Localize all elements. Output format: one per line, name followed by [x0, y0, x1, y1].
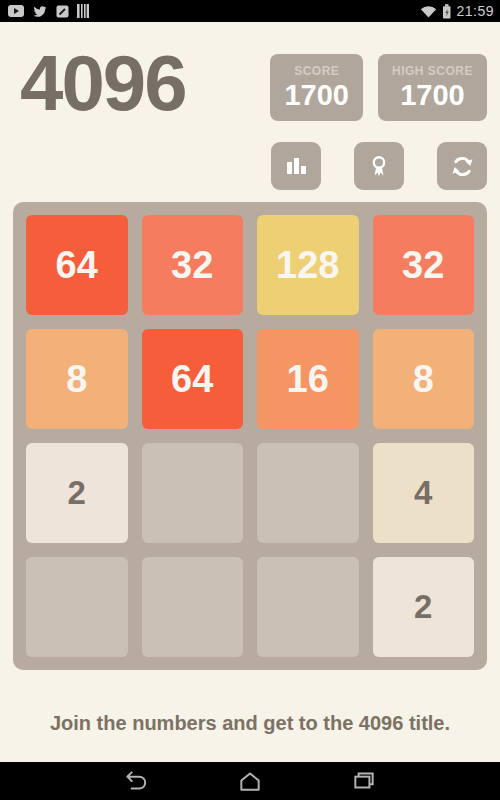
home-icon	[237, 771, 263, 791]
tagline: Join the numbers and get to the 4096 tit…	[0, 712, 500, 735]
battery-charging-icon	[441, 3, 452, 19]
achievements-button[interactable]	[354, 142, 404, 190]
tile-16: 16	[257, 329, 359, 429]
nav-bar	[0, 762, 500, 800]
tile-2: 2	[26, 443, 128, 543]
notification-icons	[6, 4, 89, 18]
page-title: 4096	[20, 48, 186, 118]
header: 4096 SCORE 1700 HIGH SCORE 1700	[0, 22, 500, 121]
tile-64: 64	[142, 329, 244, 429]
score-box: SCORE 1700	[270, 54, 363, 121]
youtube-icon	[8, 5, 24, 17]
empty-cell	[142, 557, 244, 657]
compose-icon	[56, 5, 69, 18]
high-score-box: HIGH SCORE 1700	[378, 54, 487, 121]
tile-128: 128	[257, 215, 359, 315]
clock: 21:59	[456, 3, 494, 19]
high-score-value: 1700	[392, 79, 473, 112]
home-button[interactable]	[237, 771, 263, 791]
tile-2: 2	[373, 557, 475, 657]
wifi-icon	[420, 5, 437, 18]
tile-64: 64	[26, 215, 128, 315]
ribbon-award-icon	[367, 154, 391, 178]
tile-32: 32	[142, 215, 244, 315]
twitter-icon	[32, 5, 48, 18]
back-icon	[123, 771, 149, 791]
board[interactable]: 643212832864168242	[13, 202, 487, 670]
empty-cell	[26, 557, 128, 657]
back-button[interactable]	[123, 771, 149, 791]
restart-button[interactable]	[437, 142, 487, 190]
empty-cell	[142, 443, 244, 543]
score-label: SCORE	[284, 64, 349, 78]
empty-cell	[257, 557, 359, 657]
status-bar: 21:59	[0, 0, 500, 22]
score-value: 1700	[284, 79, 349, 112]
recents-icon	[351, 771, 377, 791]
barcode-icon	[77, 4, 89, 18]
app-screen: 21:59 4096 SCORE 1700 HIGH SCORE 1700	[0, 0, 500, 800]
score-panel: SCORE 1700 HIGH SCORE 1700	[270, 48, 487, 121]
statistics-button[interactable]	[271, 142, 321, 190]
tile-32: 32	[373, 215, 475, 315]
refresh-icon	[450, 154, 475, 179]
empty-cell	[257, 443, 359, 543]
tile-8: 8	[373, 329, 475, 429]
tile-4: 4	[373, 443, 475, 543]
bar-chart-icon	[284, 154, 308, 178]
tile-8: 8	[26, 329, 128, 429]
high-score-label: HIGH SCORE	[392, 64, 473, 78]
recents-button[interactable]	[351, 771, 377, 791]
toolbar	[0, 121, 500, 190]
system-status-icons: 21:59	[420, 3, 494, 19]
